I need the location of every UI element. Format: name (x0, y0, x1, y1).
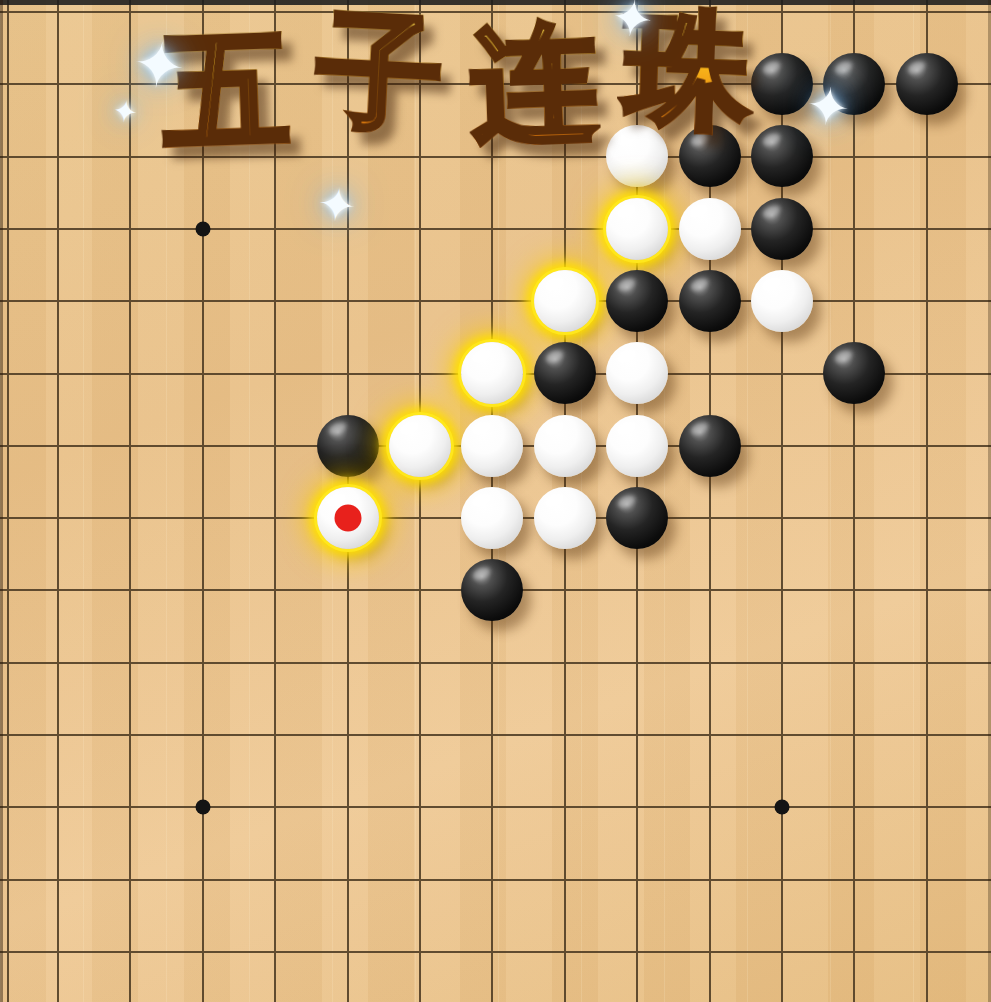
intersection-c4-r9[interactable] (311, 626, 383, 698)
intersection-c4-r1[interactable] (311, 48, 383, 120)
intersection-c8-r8[interactable] (601, 554, 673, 626)
intersection-c11-r6[interactable] (818, 410, 890, 482)
intersection-c1-r1[interactable] (94, 48, 166, 120)
intersection-c11-r11[interactable] (818, 771, 890, 843)
intersection-c1-r5[interactable] (94, 337, 166, 409)
intersection-c5-r12[interactable] (384, 843, 456, 915)
white-stone (534, 270, 596, 332)
intersection-c11-r10[interactable] (818, 699, 890, 771)
intersection-c12-r13[interactable] (890, 916, 962, 988)
intersection-c11-r2[interactable] (818, 120, 890, 192)
intersection-c3-r10[interactable] (239, 699, 311, 771)
intersection-c9-r7[interactable] (673, 482, 745, 554)
intersection-c4-r3[interactable] (311, 193, 383, 265)
white-stone (679, 198, 741, 260)
intersection-c8-r9[interactable] (601, 626, 673, 698)
intersection-c9-r10[interactable] (673, 699, 745, 771)
intersection-c2-r7[interactable] (167, 482, 239, 554)
intersection-c10-r7[interactable] (746, 482, 818, 554)
intersection-c8-r2[interactable] (601, 120, 673, 192)
black-stone (823, 53, 885, 115)
intersection-c10-r4[interactable] (746, 265, 818, 337)
intersection-c2-r0[interactable] (167, 0, 239, 48)
intersection-c6-r2[interactable] (456, 120, 528, 192)
intersection-c11-r5[interactable] (818, 337, 890, 409)
intersection-c6-r7[interactable] (456, 482, 528, 554)
intersection-c7-r6[interactable] (529, 410, 601, 482)
left-border (0, 0, 3, 1002)
black-stone (896, 53, 958, 115)
intersection-c7-r7[interactable] (529, 482, 601, 554)
intersection-c1-r4[interactable] (94, 265, 166, 337)
intersection-c3-r2[interactable] (239, 120, 311, 192)
intersection-c10-r5[interactable] (746, 337, 818, 409)
intersection-c10-r13[interactable] (746, 916, 818, 988)
intersection-c5-r5[interactable] (384, 337, 456, 409)
intersection-c9-r2[interactable] (673, 120, 745, 192)
star-point (774, 800, 789, 815)
intersection-c5-r8[interactable] (384, 554, 456, 626)
black-stone (679, 125, 741, 187)
intersection-c3-r8[interactable] (239, 554, 311, 626)
intersection-c2-r6[interactable] (167, 410, 239, 482)
intersection-c0-r11[interactable] (22, 771, 94, 843)
intersection-c5-r0[interactable] (384, 0, 456, 48)
black-stone (751, 53, 813, 115)
intersection-c9-r1[interactable] (673, 48, 745, 120)
intersection-c10-r12[interactable] (746, 843, 818, 915)
intersection-c0-r8[interactable] (22, 554, 94, 626)
white-stone (389, 415, 451, 477)
intersection-c3-r3[interactable] (239, 193, 311, 265)
intersection-c4-r8[interactable] (311, 554, 383, 626)
intersection-c4-r12[interactable] (311, 843, 383, 915)
black-stone (751, 198, 813, 260)
intersection-c9-r12[interactable] (673, 843, 745, 915)
intersection-c3-r11[interactable] (239, 771, 311, 843)
intersection-c7-r3[interactable] (529, 193, 601, 265)
intersection-c11-r12[interactable] (818, 843, 890, 915)
intersection-c3-r12[interactable] (239, 843, 311, 915)
black-stone (751, 125, 813, 187)
intersection-c8-r4[interactable] (601, 265, 673, 337)
intersection-c5-r6[interactable] (384, 410, 456, 482)
intersection-c4-r5[interactable] (311, 337, 383, 409)
intersection-c1-r8[interactable] (94, 554, 166, 626)
intersection-c8-r11[interactable] (601, 771, 673, 843)
intersection-c10-r11[interactable] (746, 771, 818, 843)
black-stone (679, 270, 741, 332)
intersection-c7-r1[interactable] (529, 48, 601, 120)
intersection-c6-r6[interactable] (456, 410, 528, 482)
intersection-c5-r3[interactable] (384, 193, 456, 265)
intersection-c3-r5[interactable] (239, 337, 311, 409)
intersection-c9-r3[interactable] (673, 193, 745, 265)
intersection-c8-r3[interactable] (601, 193, 673, 265)
intersection-c0-r6[interactable] (22, 410, 94, 482)
intersection-c5-r9[interactable] (384, 626, 456, 698)
intersection-c1-r10[interactable] (94, 699, 166, 771)
intersection-c2-r13[interactable] (167, 916, 239, 988)
intersection-c5-r4[interactable] (384, 265, 456, 337)
intersection-c4-r7[interactable] (311, 482, 383, 554)
intersection-c6-r0[interactable] (456, 0, 528, 48)
intersection-c6-r12[interactable] (456, 843, 528, 915)
intersection-c6-r8[interactable] (456, 554, 528, 626)
intersection-c7-r9[interactable] (529, 626, 601, 698)
intersection-c2-r12[interactable] (167, 843, 239, 915)
intersection-c7-r10[interactable] (529, 699, 601, 771)
intersection-c2-r10[interactable] (167, 699, 239, 771)
intersection-c7-r4[interactable] (529, 265, 601, 337)
intersection-c12-r0[interactable] (890, 0, 962, 48)
white-stone (461, 342, 523, 404)
intersection-c2-r11[interactable] (167, 771, 239, 843)
intersection-c8-r12[interactable] (601, 843, 673, 915)
intersection-c4-r2[interactable] (311, 120, 383, 192)
intersection-c5-r2[interactable] (384, 120, 456, 192)
intersection-c11-r9[interactable] (818, 626, 890, 698)
intersection-c0-r2[interactable] (22, 120, 94, 192)
intersection-c2-r8[interactable] (167, 554, 239, 626)
intersection-c11-r13[interactable] (818, 916, 890, 988)
intersection-c0-r0[interactable] (22, 0, 94, 48)
white-stone (534, 487, 596, 549)
board-grid (22, 0, 963, 988)
intersection-c2-r5[interactable] (167, 337, 239, 409)
intersection-c4-r4[interactable] (311, 265, 383, 337)
intersection-c10-r8[interactable] (746, 554, 818, 626)
intersection-c6-r5[interactable] (456, 337, 528, 409)
intersection-c7-r11[interactable] (529, 771, 601, 843)
intersection-c10-r6[interactable] (746, 410, 818, 482)
intersection-c0-r5[interactable] (22, 337, 94, 409)
intersection-c0-r13[interactable] (22, 916, 94, 988)
intersection-c0-r10[interactable] (22, 699, 94, 771)
star-point (195, 800, 210, 815)
intersection-c3-r7[interactable] (239, 482, 311, 554)
intersection-c10-r3[interactable] (746, 193, 818, 265)
intersection-c1-r9[interactable] (94, 626, 166, 698)
intersection-c12-r2[interactable] (890, 120, 962, 192)
black-stone (606, 270, 668, 332)
intersection-c6-r3[interactable] (456, 193, 528, 265)
intersection-c7-r0[interactable] (529, 0, 601, 48)
white-stone (461, 487, 523, 549)
intersection-c2-r3[interactable] (167, 193, 239, 265)
black-stone (317, 415, 379, 477)
intersection-c6-r13[interactable] (456, 916, 528, 988)
intersection-c6-r1[interactable] (456, 48, 528, 120)
intersection-c11-r4[interactable] (818, 265, 890, 337)
intersection-c8-r13[interactable] (601, 916, 673, 988)
intersection-c5-r13[interactable] (384, 916, 456, 988)
intersection-c3-r13[interactable] (239, 916, 311, 988)
intersection-c1-r6[interactable] (94, 410, 166, 482)
intersection-c11-r8[interactable] (818, 554, 890, 626)
intersection-c12-r10[interactable] (890, 699, 962, 771)
intersection-c10-r0[interactable] (746, 0, 818, 48)
white-stone (606, 342, 668, 404)
intersection-c12-r3[interactable] (890, 193, 962, 265)
intersection-c1-r2[interactable] (94, 120, 166, 192)
intersection-c1-r12[interactable] (94, 843, 166, 915)
intersection-c2-r9[interactable] (167, 626, 239, 698)
intersection-c0-r7[interactable] (22, 482, 94, 554)
intersection-c0-r12[interactable] (22, 843, 94, 915)
intersection-c8-r1[interactable] (601, 48, 673, 120)
intersection-c4-r10[interactable] (311, 699, 383, 771)
intersection-c6-r9[interactable] (456, 626, 528, 698)
intersection-c9-r0[interactable] (673, 0, 745, 48)
intersection-c11-r3[interactable] (818, 193, 890, 265)
star-point (195, 221, 210, 236)
intersection-c9-r9[interactable] (673, 626, 745, 698)
last-move-marker (334, 504, 361, 531)
intersection-c4-r0[interactable] (311, 0, 383, 48)
intersection-c7-r2[interactable] (529, 120, 601, 192)
intersection-c9-r13[interactable] (673, 916, 745, 988)
intersection-c7-r12[interactable] (529, 843, 601, 915)
intersection-c2-r2[interactable] (167, 120, 239, 192)
intersection-c9-r4[interactable] (673, 265, 745, 337)
intersection-c3-r6[interactable] (239, 410, 311, 482)
intersection-c11-r0[interactable] (818, 0, 890, 48)
intersection-c10-r10[interactable] (746, 699, 818, 771)
intersection-c12-r8[interactable] (890, 554, 962, 626)
intersection-c2-r1[interactable] (167, 48, 239, 120)
intersection-c0-r3[interactable] (22, 193, 94, 265)
intersection-c12-r4[interactable] (890, 265, 962, 337)
intersection-c5-r7[interactable] (384, 482, 456, 554)
intersection-c8-r10[interactable] (601, 699, 673, 771)
intersection-c12-r1[interactable] (890, 48, 962, 120)
intersection-c1-r13[interactable] (94, 916, 166, 988)
intersection-c2-r4[interactable] (167, 265, 239, 337)
intersection-c12-r6[interactable] (890, 410, 962, 482)
black-stone (606, 487, 668, 549)
intersection-c1-r7[interactable] (94, 482, 166, 554)
intersection-c3-r4[interactable] (239, 265, 311, 337)
intersection-c4-r13[interactable] (311, 916, 383, 988)
intersection-c8-r6[interactable] (601, 410, 673, 482)
intersection-c10-r2[interactable] (746, 120, 818, 192)
intersection-c5-r10[interactable] (384, 699, 456, 771)
intersection-c1-r11[interactable] (94, 771, 166, 843)
intersection-c11-r1[interactable] (818, 48, 890, 120)
intersection-c7-r5[interactable] (529, 337, 601, 409)
intersection-c1-r0[interactable] (94, 0, 166, 48)
intersection-c7-r13[interactable] (529, 916, 601, 988)
intersection-c7-r8[interactable] (529, 554, 601, 626)
intersection-c0-r4[interactable] (22, 265, 94, 337)
black-stone (534, 342, 596, 404)
intersection-c9-r5[interactable] (673, 337, 745, 409)
intersection-c12-r7[interactable] (890, 482, 962, 554)
intersection-c10-r9[interactable] (746, 626, 818, 698)
black-stone (679, 415, 741, 477)
intersection-c8-r0[interactable] (601, 0, 673, 48)
gomoku-board-screen: 五 子 连 珠 ✦✦✦✦✦ (0, 0, 991, 1002)
intersection-c5-r1[interactable] (384, 48, 456, 120)
intersection-c12-r9[interactable] (890, 626, 962, 698)
black-stone (461, 559, 523, 621)
intersection-c1-r3[interactable] (94, 193, 166, 265)
intersection-c9-r8[interactable] (673, 554, 745, 626)
intersection-c3-r0[interactable] (239, 0, 311, 48)
white-stone (461, 415, 523, 477)
intersection-c4-r11[interactable] (311, 771, 383, 843)
intersection-c12-r11[interactable] (890, 771, 962, 843)
intersection-c0-r9[interactable] (22, 626, 94, 698)
intersection-c6-r10[interactable] (456, 699, 528, 771)
intersection-c9-r6[interactable] (673, 410, 745, 482)
intersection-c6-r4[interactable] (456, 265, 528, 337)
intersection-c6-r11[interactable] (456, 771, 528, 843)
intersection-c0-r1[interactable] (22, 48, 94, 120)
white-stone (606, 125, 668, 187)
intersection-c8-r7[interactable] (601, 482, 673, 554)
intersection-c3-r1[interactable] (239, 48, 311, 120)
white-stone (751, 270, 813, 332)
intersection-c9-r11[interactable] (673, 771, 745, 843)
intersection-c10-r1[interactable] (746, 48, 818, 120)
white-stone (606, 198, 668, 260)
intersection-c12-r5[interactable] (890, 337, 962, 409)
intersection-c4-r6[interactable] (311, 410, 383, 482)
intersection-c3-r9[interactable] (239, 626, 311, 698)
intersection-c11-r7[interactable] (818, 482, 890, 554)
intersection-c8-r5[interactable] (601, 337, 673, 409)
intersection-c5-r11[interactable] (384, 771, 456, 843)
white-stone (606, 415, 668, 477)
black-stone (823, 342, 885, 404)
intersection-c12-r12[interactable] (890, 843, 962, 915)
white-stone (534, 415, 596, 477)
white-stone (317, 487, 379, 549)
